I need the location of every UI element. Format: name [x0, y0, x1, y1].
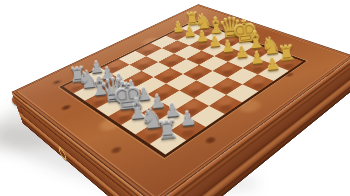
- square-h2[interactable]: ♟: [258, 65, 289, 81]
- piece-silver-rook[interactable]: ♜: [153, 116, 181, 143]
- piece-brass-pawn[interactable]: ♟: [261, 55, 284, 74]
- chess-set-photo: Brass and Silver Staunton chess set in s…: [0, 0, 350, 196]
- square-h8[interactable]: ♜: [150, 131, 187, 155]
